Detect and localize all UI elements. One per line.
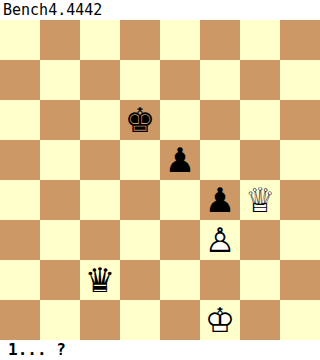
square-b8[interactable] — [40, 20, 80, 60]
square-f7[interactable] — [200, 60, 240, 100]
square-d8[interactable] — [120, 20, 160, 60]
square-c7[interactable] — [80, 60, 120, 100]
square-d3[interactable] — [120, 220, 160, 260]
square-g6[interactable] — [240, 100, 280, 140]
square-h5[interactable] — [280, 140, 320, 180]
square-e3[interactable] — [160, 220, 200, 260]
square-a2[interactable] — [0, 260, 40, 300]
square-d2[interactable] — [120, 260, 160, 300]
square-d5[interactable] — [120, 140, 160, 180]
square-f1[interactable]: ♚♔ — [200, 300, 240, 340]
square-a8[interactable] — [0, 20, 40, 60]
square-h8[interactable] — [280, 20, 320, 60]
chess-board: ♚♟♟♛♕♟♙♛♚♔ — [0, 20, 320, 340]
square-b6[interactable] — [40, 100, 80, 140]
square-g2[interactable] — [240, 260, 280, 300]
square-h4[interactable] — [280, 180, 320, 220]
square-e1[interactable] — [160, 300, 200, 340]
square-d7[interactable] — [120, 60, 160, 100]
square-a4[interactable] — [0, 180, 40, 220]
window-title: Bench4.4442 — [0, 0, 320, 20]
white-king-outline: ♔ — [200, 300, 240, 340]
white-pawn-outline: ♙ — [200, 220, 240, 260]
square-e7[interactable] — [160, 60, 200, 100]
square-g4[interactable]: ♛♕ — [240, 180, 280, 220]
square-h7[interactable] — [280, 60, 320, 100]
square-g8[interactable] — [240, 20, 280, 60]
square-a7[interactable] — [0, 60, 40, 100]
square-b4[interactable] — [40, 180, 80, 220]
black-queen[interactable]: ♛ — [80, 260, 120, 300]
square-d4[interactable] — [120, 180, 160, 220]
white-pawn[interactable]: ♟♙ — [200, 220, 240, 260]
square-e8[interactable] — [160, 20, 200, 60]
square-g3[interactable] — [240, 220, 280, 260]
square-b1[interactable] — [40, 300, 80, 340]
white-king[interactable]: ♚♔ — [200, 300, 240, 340]
square-e4[interactable] — [160, 180, 200, 220]
square-g5[interactable] — [240, 140, 280, 180]
square-f5[interactable] — [200, 140, 240, 180]
square-c8[interactable] — [80, 20, 120, 60]
square-b5[interactable] — [40, 140, 80, 180]
white-queen[interactable]: ♛♕ — [240, 180, 280, 220]
square-h1[interactable] — [280, 300, 320, 340]
square-d1[interactable] — [120, 300, 160, 340]
square-c6[interactable] — [80, 100, 120, 140]
square-d6[interactable]: ♚ — [120, 100, 160, 140]
square-f3[interactable]: ♟♙ — [200, 220, 240, 260]
white-queen-outline: ♕ — [240, 180, 280, 220]
square-c3[interactable] — [80, 220, 120, 260]
square-e2[interactable] — [160, 260, 200, 300]
square-e6[interactable] — [160, 100, 200, 140]
square-g1[interactable] — [240, 300, 280, 340]
square-f2[interactable] — [200, 260, 240, 300]
square-h6[interactable] — [280, 100, 320, 140]
black-pawn[interactable]: ♟ — [160, 140, 200, 180]
square-c5[interactable] — [80, 140, 120, 180]
square-a1[interactable] — [0, 300, 40, 340]
square-c4[interactable] — [80, 180, 120, 220]
square-a6[interactable] — [0, 100, 40, 140]
square-f8[interactable] — [200, 20, 240, 60]
square-a3[interactable] — [0, 220, 40, 260]
square-h2[interactable] — [280, 260, 320, 300]
square-g7[interactable] — [240, 60, 280, 100]
square-h3[interactable] — [280, 220, 320, 260]
square-a5[interactable] — [0, 140, 40, 180]
square-f4[interactable]: ♟ — [200, 180, 240, 220]
square-c1[interactable] — [80, 300, 120, 340]
square-e5[interactable]: ♟ — [160, 140, 200, 180]
square-c2[interactable]: ♛ — [80, 260, 120, 300]
square-b2[interactable] — [40, 260, 80, 300]
square-b7[interactable] — [40, 60, 80, 100]
move-prompt: 1... ? — [0, 340, 320, 360]
black-king[interactable]: ♚ — [120, 100, 160, 140]
square-b3[interactable] — [40, 220, 80, 260]
black-pawn[interactable]: ♟ — [200, 180, 240, 220]
square-f6[interactable] — [200, 100, 240, 140]
